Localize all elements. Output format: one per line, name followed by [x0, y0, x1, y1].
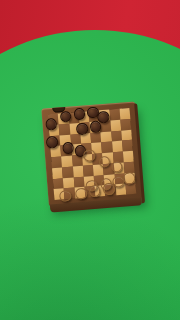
piece-light-e8[interactable] [103, 182, 115, 194]
piece-dark-d2[interactable] [76, 123, 88, 135]
piece-light-g6[interactable] [111, 161, 123, 173]
piece-dark-a2[interactable] [45, 118, 57, 130]
piece-light-d5[interactable] [83, 149, 95, 161]
piece-dark-c1[interactable] [59, 111, 71, 123]
pieces-layer [48, 108, 136, 200]
piece-dark-b4[interactable] [62, 142, 74, 154]
piece-light-d8[interactable] [88, 185, 100, 197]
piece-light-b8[interactable] [59, 190, 71, 202]
piece-dark-a3[interactable] [46, 136, 58, 148]
photo-scene: { "game": "checkers", "scene": "overhead… [0, 0, 180, 320]
piece-dark-e2[interactable] [90, 121, 102, 133]
piece-dark-d1[interactable] [73, 108, 85, 120]
piece-light-h7[interactable] [123, 172, 135, 184]
checkers-board [41, 101, 142, 206]
piece-light-f5[interactable] [98, 155, 110, 167]
piece-light-c8[interactable] [75, 187, 87, 199]
